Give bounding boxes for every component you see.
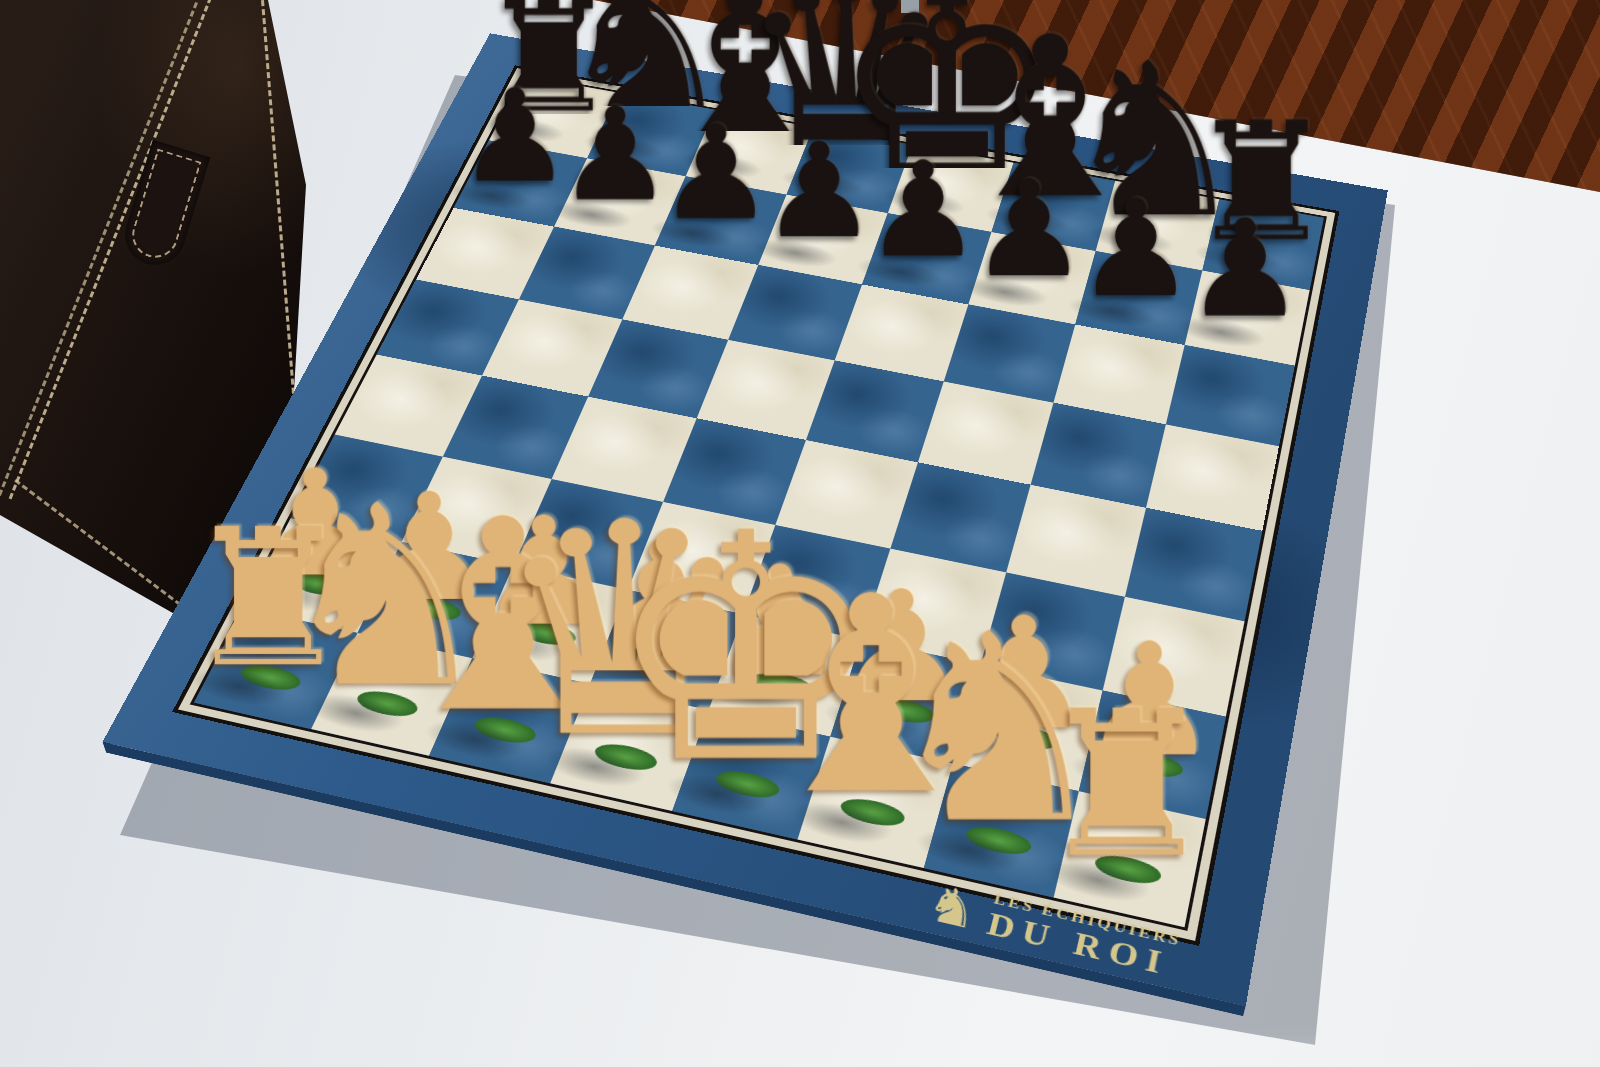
square-g5[interactable] bbox=[1031, 402, 1166, 507]
king-on-horseback-icon: ♞ bbox=[921, 877, 985, 937]
black-pawn[interactable]: ♟ bbox=[1076, 189, 1196, 309]
box-stitching bbox=[261, 0, 299, 439]
black-pawn[interactable]: ♟ bbox=[969, 170, 1088, 289]
black-pawn[interactable]: ♟ bbox=[760, 133, 877, 251]
black-pawn[interactable]: ♟ bbox=[864, 152, 982, 271]
board-field: ♜♞♝♛♚♝♞♜♟♟♟♟♟♟♟♟♟♟♟♟♟♟♟♟♜♞♝♛♚♝♞♜ bbox=[194, 76, 1324, 927]
black-pawn[interactable]: ♟ bbox=[1184, 209, 1305, 330]
box-stitching bbox=[9, 0, 212, 499]
black-pawn[interactable]: ♟ bbox=[658, 115, 774, 232]
scene: ♜♞♝♛♚♝♞♜♟♟♟♟♟♟♟♟♟♟♟♟♟♟♟♟♜♞♝♛♚♝♞♜ ♞ LES É… bbox=[0, 0, 1600, 1067]
square-e5[interactable] bbox=[806, 360, 943, 462]
white-rook[interactable]: ♜ bbox=[1036, 695, 1217, 876]
black-pawn[interactable]: ♟ bbox=[458, 79, 573, 194]
black-pawn[interactable]: ♟ bbox=[557, 97, 673, 213]
